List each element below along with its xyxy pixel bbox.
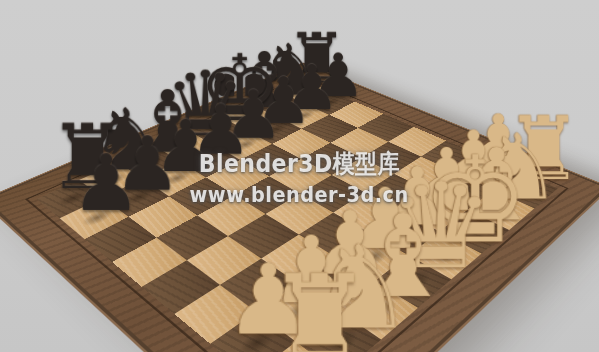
board-tilt-group: ♜♞♝♛♚♝♞♜♟♟♟♟♟♟♟♟♟♟♟♟♟♟♟♟♜♞♝♛♚♝♞♜ <box>0 63 599 352</box>
chess-render-canvas: ♜♞♝♛♚♝♞♜♟♟♟♟♟♟♟♟♟♟♟♟♟♟♟♟♜♞♝♛♚♝♞♜ Blender… <box>0 0 599 352</box>
board-scene: ♜♞♝♛♚♝♞♜♟♟♟♟♟♟♟♟♟♟♟♟♟♟♟♟♜♞♝♛♚♝♞♜ <box>0 0 599 352</box>
board-frame: ♜♞♝♛♚♝♞♜♟♟♟♟♟♟♟♟♟♟♟♟♟♟♟♟♜♞♝♛♚♝♞♜ <box>0 63 599 352</box>
board-frame-groove: ♜♞♝♛♚♝♞♜♟♟♟♟♟♟♟♟♟♟♟♟♟♟♟♟♜♞♝♛♚♝♞♜ <box>24 76 568 352</box>
piece-shadow <box>441 177 485 204</box>
piece-shadow <box>413 196 460 225</box>
black-rook-h8: ♜ <box>286 28 322 91</box>
piece-shadow <box>89 167 137 193</box>
black-queen-d8: ♛ <box>164 63 205 146</box>
piece-shadow <box>506 176 549 203</box>
board-grid: ♜♞♝♛♚♝♞♜♟♟♟♟♟♟♟♟♟♟♟♟♟♟♟♟♜♞♝♛♚♝♞♜ <box>36 79 557 352</box>
black-rook-a8: ♜ <box>47 117 94 199</box>
piece-shadow <box>389 262 443 300</box>
square-h1: ♜ <box>493 171 557 208</box>
